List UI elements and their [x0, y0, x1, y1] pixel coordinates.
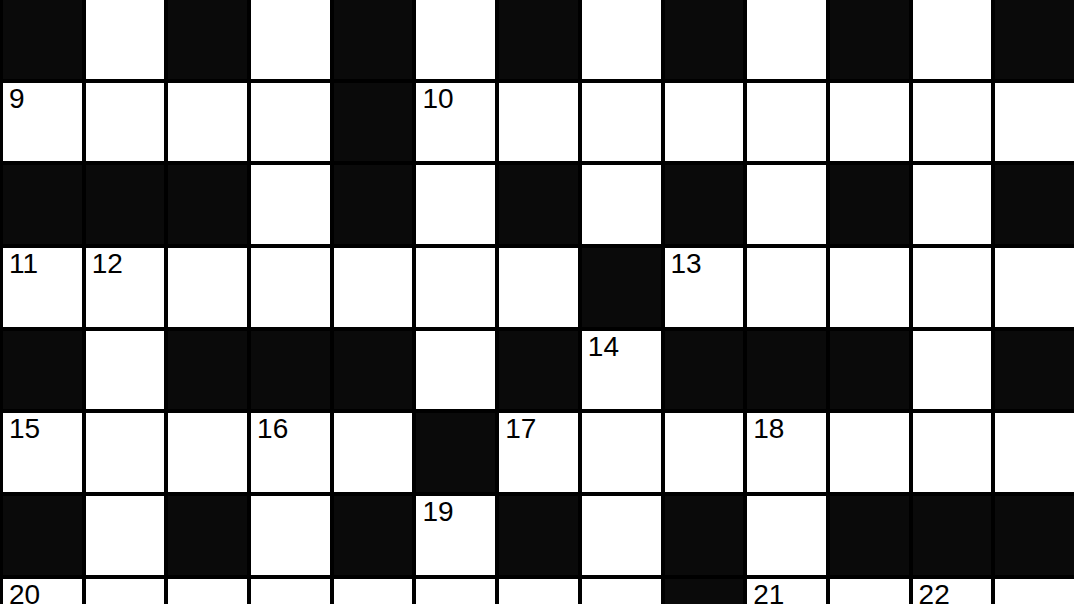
cell-r3c3[interactable] [251, 248, 330, 327]
clue-number: 16 [257, 414, 288, 443]
cell-r7c12[interactable] [995, 579, 1074, 604]
cell-r5c11[interactable] [913, 413, 992, 492]
cell-r6c12 [995, 496, 1074, 575]
cell-r4c4 [334, 331, 413, 410]
cell-r6c9[interactable] [747, 496, 826, 575]
cell-r2c12 [995, 165, 1074, 244]
cell-r6c2 [168, 496, 247, 575]
clue-number: 15 [9, 414, 40, 443]
cell-r7c9[interactable]: 21 [747, 579, 826, 604]
cell-r5c2[interactable] [168, 413, 247, 492]
cell-r1c0[interactable]: 9 [3, 83, 82, 162]
cell-r0c5[interactable] [416, 0, 495, 79]
cell-r2c10 [830, 165, 909, 244]
cell-r2c2 [168, 165, 247, 244]
cell-r0c9[interactable] [747, 0, 826, 79]
cell-r7c6[interactable] [499, 579, 578, 604]
crossword-board-viewport: 910111213141516171819202122 [0, 0, 1074, 604]
cell-r4c2 [168, 331, 247, 410]
cell-r1c10[interactable] [830, 83, 909, 162]
cell-r1c3[interactable] [251, 83, 330, 162]
cell-r6c0 [3, 496, 82, 575]
cell-r3c2[interactable] [168, 248, 247, 327]
cell-r3c11[interactable] [913, 248, 992, 327]
cell-r2c6 [499, 165, 578, 244]
cell-r0c2 [168, 0, 247, 79]
cell-r2c1 [86, 165, 165, 244]
clue-number: 21 [753, 580, 784, 604]
cell-r4c12 [995, 331, 1074, 410]
cell-r5c12[interactable] [995, 413, 1074, 492]
cell-r3c6[interactable] [499, 248, 578, 327]
cell-r0c3[interactable] [251, 0, 330, 79]
clue-number: 20 [9, 580, 40, 604]
crossword-grid: 910111213141516171819202122 [0, 0, 1074, 604]
clue-number: 22 [919, 580, 950, 604]
clue-number: 11 [9, 249, 38, 278]
cell-r2c4 [334, 165, 413, 244]
cell-r4c10 [830, 331, 909, 410]
cell-r0c4 [334, 0, 413, 79]
clue-number: 12 [92, 249, 123, 278]
cell-r3c5[interactable] [416, 248, 495, 327]
cell-r5c1[interactable] [86, 413, 165, 492]
cell-r7c11[interactable]: 22 [913, 579, 992, 604]
cell-r5c4[interactable] [334, 413, 413, 492]
cell-r1c11[interactable] [913, 83, 992, 162]
cell-r0c1[interactable] [86, 0, 165, 79]
cell-r0c12 [995, 0, 1074, 79]
cell-r5c9[interactable]: 18 [747, 413, 826, 492]
clue-number: 14 [588, 332, 619, 361]
cell-r7c1[interactable] [86, 579, 165, 604]
cell-r4c5[interactable] [416, 331, 495, 410]
cell-r7c0[interactable]: 20 [3, 579, 82, 604]
cell-r2c3[interactable] [251, 165, 330, 244]
cell-r0c0 [3, 0, 82, 79]
cell-r2c5[interactable] [416, 165, 495, 244]
cell-r3c4[interactable] [334, 248, 413, 327]
cell-r1c7[interactable] [582, 83, 661, 162]
cell-r0c8 [665, 0, 744, 79]
cell-r2c0 [3, 165, 82, 244]
cell-r4c3 [251, 331, 330, 410]
cell-r2c7[interactable] [582, 165, 661, 244]
cell-r7c2[interactable] [168, 579, 247, 604]
cell-r2c8 [665, 165, 744, 244]
cell-r3c10[interactable] [830, 248, 909, 327]
cell-r3c8[interactable]: 13 [665, 248, 744, 327]
cell-r1c1[interactable] [86, 83, 165, 162]
cell-r6c11 [913, 496, 992, 575]
cell-r2c9[interactable] [747, 165, 826, 244]
cell-r1c9[interactable] [747, 83, 826, 162]
cell-r4c7[interactable]: 14 [582, 331, 661, 410]
cell-r7c10[interactable] [830, 579, 909, 604]
cell-r0c7[interactable] [582, 0, 661, 79]
cell-r6c5[interactable]: 19 [416, 496, 495, 575]
cell-r7c4[interactable] [334, 579, 413, 604]
cell-r7c7[interactable] [582, 579, 661, 604]
cell-r4c8 [665, 331, 744, 410]
cell-r2c11[interactable] [913, 165, 992, 244]
cell-r5c6[interactable]: 17 [499, 413, 578, 492]
cell-r3c9[interactable] [747, 248, 826, 327]
cell-r6c10 [830, 496, 909, 575]
cell-r6c8 [665, 496, 744, 575]
cell-r1c2[interactable] [168, 83, 247, 162]
cell-r1c4 [334, 83, 413, 162]
cell-r5c8[interactable] [665, 413, 744, 492]
cell-r5c5 [416, 413, 495, 492]
cell-r6c4 [334, 496, 413, 575]
cell-r6c7[interactable] [582, 496, 661, 575]
cell-r0c6 [499, 0, 578, 79]
cell-r6c3[interactable] [251, 496, 330, 575]
cell-r3c12[interactable] [995, 248, 1074, 327]
cell-r4c11[interactable] [913, 331, 992, 410]
cell-r5c3[interactable]: 16 [251, 413, 330, 492]
cell-r0c10 [830, 0, 909, 79]
clue-number: 18 [753, 414, 784, 443]
cell-r1c5[interactable]: 10 [416, 83, 495, 162]
cell-r7c5[interactable] [416, 579, 495, 604]
cell-r3c1[interactable]: 12 [86, 248, 165, 327]
clue-number: 17 [505, 414, 536, 443]
cell-r0c11[interactable] [913, 0, 992, 79]
cell-r1c8[interactable] [665, 83, 744, 162]
cell-r5c0[interactable]: 15 [3, 413, 82, 492]
cell-r7c3[interactable] [251, 579, 330, 604]
cell-r1c12[interactable] [995, 83, 1074, 162]
cell-r3c0[interactable]: 11 [3, 248, 82, 327]
clue-number: 10 [422, 84, 453, 113]
clue-number: 19 [422, 497, 453, 526]
cell-r4c1[interactable] [86, 331, 165, 410]
cell-r5c10[interactable] [830, 413, 909, 492]
cell-r4c0 [3, 331, 82, 410]
cell-r1c6[interactable] [499, 83, 578, 162]
cell-r3c7 [582, 248, 661, 327]
cell-r6c6 [499, 496, 578, 575]
cell-r5c7[interactable] [582, 413, 661, 492]
cell-r4c9 [747, 331, 826, 410]
cell-r6c1[interactable] [86, 496, 165, 575]
clue-number: 13 [671, 249, 702, 278]
cell-r4c6 [499, 331, 578, 410]
clue-number: 9 [9, 84, 25, 113]
cell-r7c8 [665, 579, 744, 604]
